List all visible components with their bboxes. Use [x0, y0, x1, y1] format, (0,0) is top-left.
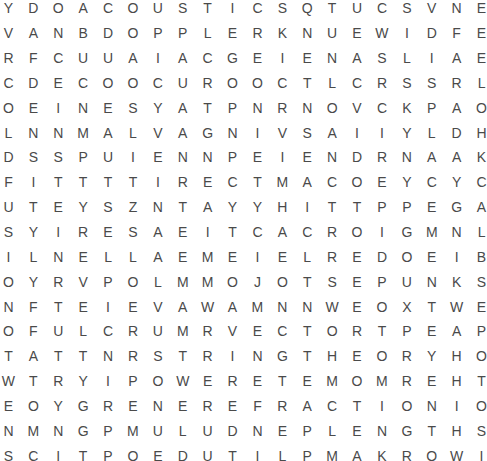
- grid-cell[interactable]: N: [71, 95, 96, 120]
- grid-cell[interactable]: C: [295, 220, 320, 245]
- grid-cell[interactable]: I: [444, 393, 469, 418]
- grid-cell[interactable]: A: [345, 46, 370, 71]
- grid-cell[interactable]: I: [444, 244, 469, 269]
- grid-cell[interactable]: G: [444, 195, 469, 220]
- grid-cell[interactable]: O: [120, 269, 145, 294]
- grid-cell[interactable]: C: [245, 0, 270, 21]
- grid-cell[interactable]: D: [96, 21, 121, 46]
- grid-cell[interactable]: M: [71, 120, 96, 145]
- grid-cell[interactable]: T: [46, 294, 71, 319]
- grid-cell[interactable]: W: [444, 443, 469, 461]
- grid-cell[interactable]: V: [220, 319, 245, 344]
- grid-cell[interactable]: I: [120, 145, 145, 170]
- grid-cell[interactable]: N: [0, 418, 21, 443]
- grid-cell[interactable]: E: [96, 220, 121, 245]
- grid-cell[interactable]: R: [345, 319, 370, 344]
- grid-cell[interactable]: W: [195, 294, 220, 319]
- grid-cell[interactable]: F: [0, 170, 21, 195]
- grid-cell[interactable]: Y: [46, 393, 71, 418]
- grid-cell[interactable]: O: [21, 393, 46, 418]
- grid-cell[interactable]: Z: [120, 195, 145, 220]
- grid-cell[interactable]: T: [320, 195, 345, 220]
- grid-cell[interactable]: A: [320, 120, 345, 145]
- grid-cell[interactable]: P: [369, 195, 394, 220]
- grid-cell[interactable]: A: [444, 319, 469, 344]
- grid-cell[interactable]: G: [71, 418, 96, 443]
- grid-cell[interactable]: T: [295, 344, 320, 369]
- grid-cell[interactable]: G: [220, 46, 245, 71]
- grid-cell[interactable]: E: [220, 21, 245, 46]
- grid-cell[interactable]: E: [21, 95, 46, 120]
- grid-cell[interactable]: U: [46, 319, 71, 344]
- grid-cell[interactable]: K: [270, 21, 295, 46]
- grid-cell[interactable]: F: [21, 294, 46, 319]
- grid-cell[interactable]: C: [46, 46, 71, 71]
- grid-cell[interactable]: A: [469, 195, 487, 220]
- grid-cell[interactable]: L: [469, 71, 487, 96]
- grid-cell[interactable]: O: [245, 71, 270, 96]
- grid-cell[interactable]: E: [419, 244, 444, 269]
- grid-cell[interactable]: N: [145, 393, 170, 418]
- grid-cell[interactable]: E: [220, 393, 245, 418]
- grid-cell[interactable]: C: [469, 170, 487, 195]
- grid-cell[interactable]: N: [245, 418, 270, 443]
- grid-cell[interactable]: R: [71, 220, 96, 245]
- grid-cell[interactable]: O: [0, 319, 21, 344]
- grid-cell[interactable]: C: [245, 220, 270, 245]
- grid-cell[interactable]: A: [270, 220, 295, 245]
- grid-cell[interactable]: N: [46, 244, 71, 269]
- grid-cell[interactable]: H: [270, 195, 295, 220]
- grid-cell[interactable]: N: [295, 21, 320, 46]
- grid-cell[interactable]: N: [96, 344, 121, 369]
- grid-cell[interactable]: E: [120, 294, 145, 319]
- grid-cell[interactable]: L: [0, 120, 21, 145]
- grid-cell[interactable]: D: [21, 0, 46, 21]
- grid-cell[interactable]: I: [369, 120, 394, 145]
- grid-cell[interactable]: I: [245, 244, 270, 269]
- grid-cell[interactable]: N: [46, 418, 71, 443]
- grid-cell[interactable]: H: [469, 120, 487, 145]
- grid-cell[interactable]: T: [120, 170, 145, 195]
- grid-cell[interactable]: R: [96, 393, 121, 418]
- grid-cell[interactable]: I: [295, 195, 320, 220]
- grid-cell[interactable]: M: [270, 170, 295, 195]
- grid-cell[interactable]: S: [120, 220, 145, 245]
- grid-cell[interactable]: O: [369, 294, 394, 319]
- grid-cell[interactable]: E: [195, 369, 220, 394]
- grid-cell[interactable]: O: [0, 95, 21, 120]
- grid-cell[interactable]: H: [444, 344, 469, 369]
- grid-cell[interactable]: A: [295, 170, 320, 195]
- grid-cell[interactable]: A: [195, 195, 220, 220]
- grid-cell[interactable]: S: [145, 344, 170, 369]
- grid-cell[interactable]: R: [0, 46, 21, 71]
- grid-cell[interactable]: O: [394, 393, 419, 418]
- grid-cell[interactable]: E: [345, 21, 370, 46]
- grid-cell[interactable]: T: [220, 220, 245, 245]
- grid-cell[interactable]: E: [46, 195, 71, 220]
- grid-cell[interactable]: E: [145, 145, 170, 170]
- grid-cell[interactable]: O: [46, 0, 71, 21]
- grid-cell[interactable]: D: [444, 120, 469, 145]
- grid-cell[interactable]: W: [444, 294, 469, 319]
- grid-cell[interactable]: L: [170, 418, 195, 443]
- grid-cell[interactable]: P: [419, 95, 444, 120]
- grid-cell[interactable]: I: [245, 443, 270, 461]
- grid-cell[interactable]: M: [170, 319, 195, 344]
- grid-cell[interactable]: A: [21, 21, 46, 46]
- grid-cell[interactable]: O: [320, 319, 345, 344]
- grid-cell[interactable]: L: [145, 269, 170, 294]
- grid-cell[interactable]: I: [394, 21, 419, 46]
- grid-cell[interactable]: T: [270, 369, 295, 394]
- grid-cell[interactable]: V: [0, 21, 21, 46]
- grid-cell[interactable]: O: [0, 269, 21, 294]
- grid-cell[interactable]: M: [195, 244, 220, 269]
- grid-cell[interactable]: A: [295, 393, 320, 418]
- grid-cell[interactable]: D: [419, 21, 444, 46]
- grid-cell[interactable]: N: [320, 46, 345, 71]
- grid-cell[interactable]: E: [469, 46, 487, 71]
- grid-cell[interactable]: T: [419, 294, 444, 319]
- grid-cell[interactable]: E: [345, 244, 370, 269]
- grid-cell[interactable]: P: [220, 95, 245, 120]
- grid-cell[interactable]: C: [419, 170, 444, 195]
- grid-cell[interactable]: E: [469, 0, 487, 21]
- grid-cell[interactable]: T: [21, 195, 46, 220]
- grid-cell[interactable]: T: [345, 393, 370, 418]
- grid-cell[interactable]: O: [120, 21, 145, 46]
- grid-cell[interactable]: C: [320, 170, 345, 195]
- grid-cell[interactable]: T: [320, 0, 345, 21]
- grid-cell[interactable]: E: [71, 294, 96, 319]
- grid-cell[interactable]: D: [0, 145, 21, 170]
- grid-cell[interactable]: F: [21, 319, 46, 344]
- grid-cell[interactable]: R: [394, 369, 419, 394]
- grid-cell[interactable]: T: [195, 0, 220, 21]
- grid-cell[interactable]: R: [369, 145, 394, 170]
- grid-cell[interactable]: C: [369, 0, 394, 21]
- grid-cell[interactable]: S: [0, 443, 21, 461]
- grid-cell[interactable]: N: [295, 294, 320, 319]
- grid-cell[interactable]: R: [394, 344, 419, 369]
- grid-cell[interactable]: C: [96, 0, 121, 21]
- grid-cell[interactable]: M: [245, 294, 270, 319]
- grid-cell[interactable]: R: [394, 443, 419, 461]
- grid-cell[interactable]: L: [270, 443, 295, 461]
- grid-cell[interactable]: T: [469, 369, 487, 394]
- grid-cell[interactable]: R: [120, 344, 145, 369]
- grid-cell[interactable]: T: [46, 344, 71, 369]
- grid-cell[interactable]: O: [220, 269, 245, 294]
- grid-cell[interactable]: U: [145, 418, 170, 443]
- grid-cell[interactable]: T: [220, 443, 245, 461]
- grid-cell[interactable]: C: [320, 393, 345, 418]
- grid-cell[interactable]: M: [21, 418, 46, 443]
- grid-cell[interactable]: L: [419, 120, 444, 145]
- grid-cell[interactable]: K: [469, 145, 487, 170]
- grid-cell[interactable]: R: [195, 319, 220, 344]
- grid-cell[interactable]: N: [145, 195, 170, 220]
- grid-cell[interactable]: O: [345, 220, 370, 245]
- grid-cell[interactable]: A: [419, 145, 444, 170]
- grid-cell[interactable]: O: [120, 443, 145, 461]
- grid-cell[interactable]: T: [295, 71, 320, 96]
- grid-cell[interactable]: E: [270, 244, 295, 269]
- grid-cell[interactable]: T: [170, 344, 195, 369]
- grid-cell[interactable]: T: [71, 443, 96, 461]
- grid-cell[interactable]: E: [419, 319, 444, 344]
- grid-cell[interactable]: O: [469, 95, 487, 120]
- grid-cell[interactable]: N: [245, 344, 270, 369]
- grid-cell[interactable]: S: [46, 145, 71, 170]
- grid-cell[interactable]: F: [444, 21, 469, 46]
- grid-cell[interactable]: V: [145, 294, 170, 319]
- grid-cell[interactable]: E: [270, 418, 295, 443]
- grid-cell[interactable]: T: [245, 170, 270, 195]
- grid-cell[interactable]: E: [345, 344, 370, 369]
- grid-cell[interactable]: I: [46, 95, 71, 120]
- grid-cell[interactable]: S: [469, 418, 487, 443]
- grid-cell[interactable]: N: [419, 269, 444, 294]
- grid-cell[interactable]: L: [394, 46, 419, 71]
- grid-cell[interactable]: L: [71, 319, 96, 344]
- grid-cell[interactable]: Q: [295, 0, 320, 21]
- grid-cell[interactable]: V: [345, 95, 370, 120]
- grid-cell[interactable]: K: [394, 95, 419, 120]
- grid-cell[interactable]: C: [145, 71, 170, 96]
- grid-cell[interactable]: S: [170, 0, 195, 21]
- grid-cell[interactable]: S: [295, 120, 320, 145]
- grid-cell[interactable]: O: [369, 344, 394, 369]
- grid-cell[interactable]: S: [0, 220, 21, 245]
- grid-cell[interactable]: P: [96, 269, 121, 294]
- grid-cell[interactable]: N: [419, 393, 444, 418]
- grid-cell[interactable]: E: [345, 294, 370, 319]
- grid-cell[interactable]: R: [245, 21, 270, 46]
- grid-cell[interactable]: H: [320, 344, 345, 369]
- grid-cell[interactable]: S: [21, 145, 46, 170]
- grid-cell[interactable]: T: [345, 195, 370, 220]
- grid-cell[interactable]: I: [96, 369, 121, 394]
- grid-cell[interactable]: R: [369, 71, 394, 96]
- grid-cell[interactable]: U: [170, 71, 195, 96]
- grid-cell[interactable]: P: [96, 443, 121, 461]
- grid-cell[interactable]: M: [419, 220, 444, 245]
- grid-cell[interactable]: N: [270, 294, 295, 319]
- grid-cell[interactable]: A: [145, 220, 170, 245]
- grid-cell[interactable]: Y: [21, 269, 46, 294]
- grid-cell[interactable]: L: [295, 244, 320, 269]
- grid-cell[interactable]: I: [145, 46, 170, 71]
- grid-cell[interactable]: D: [345, 145, 370, 170]
- grid-cell[interactable]: T: [0, 344, 21, 369]
- grid-cell[interactable]: O: [320, 95, 345, 120]
- grid-cell[interactable]: E: [469, 294, 487, 319]
- grid-cell[interactable]: R: [270, 95, 295, 120]
- grid-cell[interactable]: I: [195, 220, 220, 245]
- grid-cell[interactable]: E: [170, 220, 195, 245]
- grid-cell[interactable]: L: [120, 120, 145, 145]
- grid-cell[interactable]: P: [220, 145, 245, 170]
- grid-cell[interactable]: Y: [394, 120, 419, 145]
- grid-cell[interactable]: A: [345, 443, 370, 461]
- grid-cell[interactable]: U: [145, 319, 170, 344]
- grid-cell[interactable]: C: [270, 319, 295, 344]
- grid-cell[interactable]: D: [369, 244, 394, 269]
- grid-cell[interactable]: A: [71, 0, 96, 21]
- grid-cell[interactable]: N: [369, 418, 394, 443]
- grid-cell[interactable]: E: [0, 393, 21, 418]
- grid-cell[interactable]: I: [96, 294, 121, 319]
- grid-cell[interactable]: A: [444, 95, 469, 120]
- grid-cell[interactable]: T: [295, 319, 320, 344]
- grid-cell[interactable]: M: [195, 269, 220, 294]
- grid-cell[interactable]: E: [96, 95, 121, 120]
- grid-cell[interactable]: G: [394, 220, 419, 245]
- grid-cell[interactable]: U: [96, 145, 121, 170]
- grid-cell[interactable]: O: [469, 344, 487, 369]
- grid-cell[interactable]: E: [245, 319, 270, 344]
- grid-cell[interactable]: O: [120, 0, 145, 21]
- grid-cell[interactable]: N: [295, 95, 320, 120]
- grid-cell[interactable]: I: [369, 393, 394, 418]
- grid-cell[interactable]: V: [270, 120, 295, 145]
- grid-cell[interactable]: A: [444, 46, 469, 71]
- grid-cell[interactable]: C: [369, 95, 394, 120]
- grid-cell[interactable]: Y: [71, 369, 96, 394]
- grid-cell[interactable]: G: [195, 120, 220, 145]
- grid-cell[interactable]: T: [195, 95, 220, 120]
- grid-cell[interactable]: H: [444, 418, 469, 443]
- grid-cell[interactable]: I: [345, 120, 370, 145]
- grid-cell[interactable]: J: [245, 269, 270, 294]
- grid-cell[interactable]: S: [419, 71, 444, 96]
- grid-cell[interactable]: I: [0, 244, 21, 269]
- grid-cell[interactable]: L: [320, 418, 345, 443]
- grid-cell[interactable]: W: [320, 294, 345, 319]
- grid-cell[interactable]: A: [170, 120, 195, 145]
- grid-cell[interactable]: N: [46, 21, 71, 46]
- grid-cell[interactable]: P: [295, 443, 320, 461]
- grid-cell[interactable]: M: [320, 369, 345, 394]
- grid-cell[interactable]: R: [195, 71, 220, 96]
- grid-cell[interactable]: U: [195, 443, 220, 461]
- grid-cell[interactable]: I: [270, 46, 295, 71]
- grid-cell[interactable]: X: [394, 294, 419, 319]
- grid-cell[interactable]: N: [195, 145, 220, 170]
- grid-cell[interactable]: O: [220, 71, 245, 96]
- grid-cell[interactable]: A: [170, 46, 195, 71]
- grid-cell[interactable]: C: [71, 71, 96, 96]
- grid-cell[interactable]: E: [295, 369, 320, 394]
- grid-cell[interactable]: A: [145, 244, 170, 269]
- grid-cell[interactable]: R: [46, 269, 71, 294]
- grid-cell[interactable]: L: [120, 244, 145, 269]
- grid-cell[interactable]: N: [170, 145, 195, 170]
- grid-cell[interactable]: I: [145, 170, 170, 195]
- grid-cell[interactable]: Y: [419, 344, 444, 369]
- grid-cell[interactable]: P: [145, 21, 170, 46]
- grid-cell[interactable]: I: [469, 443, 487, 461]
- grid-cell[interactable]: L: [195, 21, 220, 46]
- grid-cell[interactable]: E: [46, 71, 71, 96]
- grid-cell[interactable]: V: [71, 269, 96, 294]
- grid-cell[interactable]: U: [96, 46, 121, 71]
- grid-cell[interactable]: Y: [0, 0, 21, 21]
- grid-cell[interactable]: N: [220, 120, 245, 145]
- grid-cell[interactable]: S: [369, 46, 394, 71]
- grid-cell[interactable]: N: [320, 145, 345, 170]
- grid-cell[interactable]: Y: [220, 195, 245, 220]
- grid-cell[interactable]: L: [469, 220, 487, 245]
- grid-cell[interactable]: E: [469, 21, 487, 46]
- grid-cell[interactable]: K: [444, 269, 469, 294]
- grid-cell[interactable]: W: [170, 369, 195, 394]
- grid-cell[interactable]: L: [320, 71, 345, 96]
- grid-cell[interactable]: G: [71, 393, 96, 418]
- grid-cell[interactable]: R: [195, 344, 220, 369]
- grid-cell[interactable]: D: [170, 443, 195, 461]
- grid-cell[interactable]: N: [46, 120, 71, 145]
- grid-cell[interactable]: S: [120, 95, 145, 120]
- grid-cell[interactable]: T: [170, 195, 195, 220]
- grid-cell[interactable]: E: [295, 46, 320, 71]
- grid-cell[interactable]: T: [21, 369, 46, 394]
- grid-cell[interactable]: C: [270, 71, 295, 96]
- grid-cell[interactable]: Y: [145, 95, 170, 120]
- grid-cell[interactable]: M: [120, 418, 145, 443]
- grid-cell[interactable]: P: [170, 21, 195, 46]
- grid-cell[interactable]: E: [71, 244, 96, 269]
- grid-cell[interactable]: N: [21, 120, 46, 145]
- grid-cell[interactable]: C: [345, 71, 370, 96]
- grid-cell[interactable]: T: [96, 170, 121, 195]
- grid-cell[interactable]: I: [419, 46, 444, 71]
- grid-cell[interactable]: E: [419, 369, 444, 394]
- grid-cell[interactable]: P: [120, 369, 145, 394]
- grid-cell[interactable]: R: [270, 393, 295, 418]
- grid-cell[interactable]: E: [245, 46, 270, 71]
- grid-cell[interactable]: O: [394, 244, 419, 269]
- grid-cell[interactable]: Y: [21, 220, 46, 245]
- grid-cell[interactable]: S: [96, 195, 121, 220]
- grid-cell[interactable]: F: [245, 393, 270, 418]
- grid-cell[interactable]: E: [170, 393, 195, 418]
- grid-cell[interactable]: T: [46, 170, 71, 195]
- grid-cell[interactable]: E: [170, 244, 195, 269]
- grid-cell[interactable]: P: [96, 418, 121, 443]
- grid-cell[interactable]: P: [71, 145, 96, 170]
- grid-cell[interactable]: T: [419, 418, 444, 443]
- grid-cell[interactable]: P: [394, 195, 419, 220]
- grid-cell[interactable]: U: [195, 418, 220, 443]
- grid-cell[interactable]: V: [419, 0, 444, 21]
- grid-cell[interactable]: P: [369, 269, 394, 294]
- grid-cell[interactable]: P: [394, 319, 419, 344]
- grid-cell[interactable]: O: [345, 369, 370, 394]
- grid-cell[interactable]: U: [71, 46, 96, 71]
- grid-cell[interactable]: E: [145, 443, 170, 461]
- grid-cell[interactable]: R: [444, 71, 469, 96]
- grid-cell[interactable]: I: [270, 145, 295, 170]
- grid-cell[interactable]: I: [21, 170, 46, 195]
- grid-cell[interactable]: C: [195, 46, 220, 71]
- grid-cell[interactable]: O: [120, 71, 145, 96]
- grid-cell[interactable]: N: [0, 294, 21, 319]
- grid-cell[interactable]: C: [220, 170, 245, 195]
